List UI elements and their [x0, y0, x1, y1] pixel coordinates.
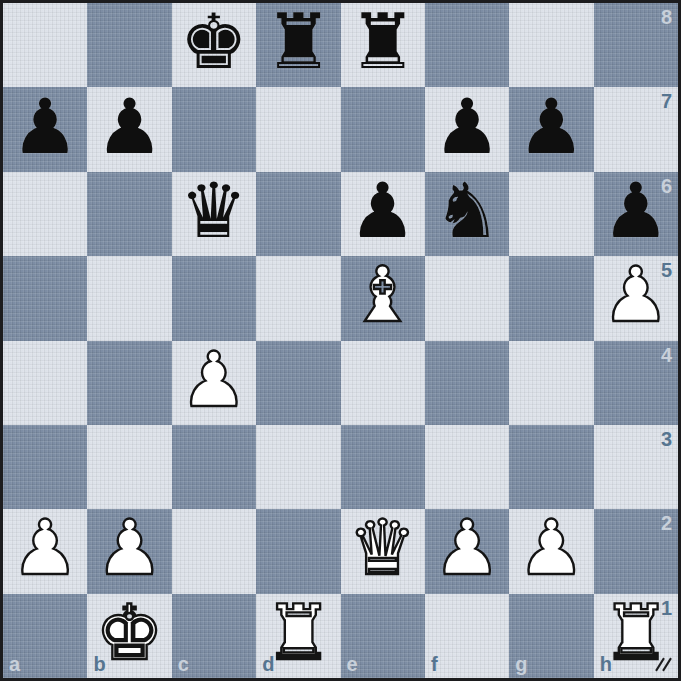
square-g1[interactable]: g: [509, 594, 593, 678]
square-e1[interactable]: e: [341, 594, 425, 678]
square-f5[interactable]: [425, 256, 509, 340]
square-g5[interactable]: [509, 256, 593, 340]
square-f1[interactable]: f: [425, 594, 509, 678]
square-g4[interactable]: [509, 341, 593, 425]
piece-white-pawn[interactable]: ♟: [602, 257, 670, 333]
square-b8[interactable]: [87, 3, 171, 87]
chess-board-wrapper: ♚♜♜8♟♟♟♟7♛♟♞♟6♝♟5♟43♟♟♛♟♟2a♚bc♜defg♜h1: [0, 0, 681, 681]
piece-white-pawn[interactable]: ♟: [180, 342, 248, 418]
square-a7[interactable]: ♟: [3, 87, 87, 171]
square-e4[interactable]: [341, 341, 425, 425]
square-d8[interactable]: ♜: [256, 3, 340, 87]
square-g7[interactable]: ♟: [509, 87, 593, 171]
square-c3[interactable]: [172, 425, 256, 509]
square-a3[interactable]: [3, 425, 87, 509]
square-b1[interactable]: ♚b: [87, 594, 171, 678]
square-g6[interactable]: [509, 172, 593, 256]
square-b5[interactable]: [87, 256, 171, 340]
square-g8[interactable]: [509, 3, 593, 87]
piece-white-king[interactable]: ♚: [95, 595, 163, 671]
square-a1[interactable]: a: [3, 594, 87, 678]
square-e6[interactable]: ♟: [341, 172, 425, 256]
square-a4[interactable]: [3, 341, 87, 425]
square-h4[interactable]: 4: [594, 341, 678, 425]
square-b4[interactable]: [87, 341, 171, 425]
square-d3[interactable]: [256, 425, 340, 509]
square-f6[interactable]: ♞: [425, 172, 509, 256]
square-h6[interactable]: ♟6: [594, 172, 678, 256]
square-b7[interactable]: ♟: [87, 87, 171, 171]
square-c7[interactable]: [172, 87, 256, 171]
piece-black-pawn[interactable]: ♟: [349, 173, 417, 249]
rank-label-4: 4: [661, 345, 672, 365]
square-d4[interactable]: [256, 341, 340, 425]
piece-black-queen[interactable]: ♛: [180, 173, 248, 249]
square-g2[interactable]: ♟: [509, 509, 593, 593]
square-c5[interactable]: [172, 256, 256, 340]
square-d1[interactable]: ♜d: [256, 594, 340, 678]
square-a6[interactable]: [3, 172, 87, 256]
file-label-g: g: [515, 654, 527, 674]
square-e8[interactable]: ♜: [341, 3, 425, 87]
rank-label-5: 5: [661, 260, 672, 280]
square-c2[interactable]: [172, 509, 256, 593]
square-b6[interactable]: [87, 172, 171, 256]
chess-board: ♚♜♜8♟♟♟♟7♛♟♞♟6♝♟5♟43♟♟♛♟♟2a♚bc♜defg♜h1: [0, 0, 681, 681]
square-c1[interactable]: c: [172, 594, 256, 678]
square-a2[interactable]: ♟: [3, 509, 87, 593]
file-label-d: d: [262, 654, 274, 674]
file-label-b: b: [93, 654, 105, 674]
file-label-f: f: [431, 654, 438, 674]
square-f3[interactable]: [425, 425, 509, 509]
piece-white-pawn[interactable]: ♟: [517, 510, 585, 586]
rank-label-6: 6: [661, 176, 672, 196]
piece-black-knight[interactable]: ♞: [433, 173, 501, 249]
piece-black-pawn[interactable]: ♟: [517, 89, 585, 165]
square-h1[interactable]: ♜h1: [594, 594, 678, 678]
square-d7[interactable]: [256, 87, 340, 171]
square-c8[interactable]: ♚: [172, 3, 256, 87]
square-d6[interactable]: [256, 172, 340, 256]
rank-label-8: 8: [661, 7, 672, 27]
piece-black-pawn[interactable]: ♟: [602, 173, 670, 249]
piece-white-pawn[interactable]: ♟: [433, 510, 501, 586]
rank-label-1: 1: [661, 598, 672, 618]
square-d5[interactable]: [256, 256, 340, 340]
square-f7[interactable]: ♟: [425, 87, 509, 171]
square-e2[interactable]: ♛: [341, 509, 425, 593]
square-f4[interactable]: [425, 341, 509, 425]
piece-black-pawn[interactable]: ♟: [95, 89, 163, 165]
piece-white-pawn[interactable]: ♟: [11, 510, 79, 586]
square-b3[interactable]: [87, 425, 171, 509]
piece-black-rook[interactable]: ♜: [349, 4, 417, 80]
piece-black-king[interactable]: ♚: [180, 4, 248, 80]
file-label-a: a: [9, 654, 20, 674]
square-e7[interactable]: [341, 87, 425, 171]
square-h2[interactable]: 2: [594, 509, 678, 593]
piece-black-pawn[interactable]: ♟: [433, 89, 501, 165]
piece-white-queen[interactable]: ♛: [349, 510, 417, 586]
square-d2[interactable]: [256, 509, 340, 593]
square-g3[interactable]: [509, 425, 593, 509]
square-h8[interactable]: 8: [594, 3, 678, 87]
rank-label-3: 3: [661, 429, 672, 449]
piece-white-bishop[interactable]: ♝: [349, 257, 417, 333]
rank-label-2: 2: [661, 513, 672, 533]
rank-label-7: 7: [661, 91, 672, 111]
square-e5[interactable]: ♝: [341, 256, 425, 340]
file-label-c: c: [178, 654, 189, 674]
piece-black-pawn[interactable]: ♟: [11, 89, 79, 165]
square-c6[interactable]: ♛: [172, 172, 256, 256]
file-label-h: h: [600, 654, 612, 674]
square-h3[interactable]: 3: [594, 425, 678, 509]
square-f2[interactable]: ♟: [425, 509, 509, 593]
square-f8[interactable]: [425, 3, 509, 87]
square-e3[interactable]: [341, 425, 425, 509]
piece-white-rook[interactable]: ♜: [264, 595, 332, 671]
piece-white-rook[interactable]: ♜: [602, 595, 670, 671]
square-a8[interactable]: [3, 3, 87, 87]
square-h7[interactable]: 7: [594, 87, 678, 171]
square-b2[interactable]: ♟: [87, 509, 171, 593]
square-c4[interactable]: ♟: [172, 341, 256, 425]
file-label-e: e: [347, 654, 358, 674]
piece-black-rook[interactable]: ♜: [264, 4, 332, 80]
square-a5[interactable]: [3, 256, 87, 340]
square-h5[interactable]: ♟5: [594, 256, 678, 340]
piece-white-pawn[interactable]: ♟: [95, 510, 163, 586]
